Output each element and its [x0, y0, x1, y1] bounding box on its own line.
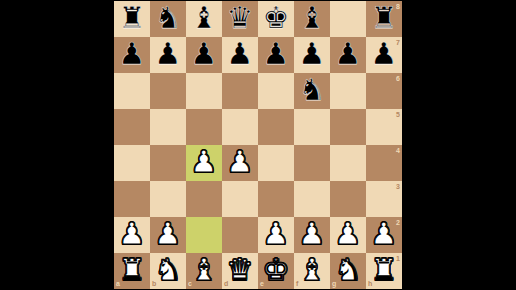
video-frame: ♜♞♝♛♚♝♜8♟♟♟♟♟♟♟♟7♞65♟♟43♟♟♟♟♟♟2♜a♞b♝c♛d♚…	[0, 0, 516, 290]
coord-rank-2: 2	[396, 219, 400, 226]
piece-black-pawn[interactable]: ♟	[119, 36, 146, 72]
piece-black-king[interactable]: ♚	[263, 0, 290, 36]
square-a2[interactable]: ♟	[114, 217, 150, 253]
piece-black-pawn[interactable]: ♟	[335, 36, 362, 72]
square-d4[interactable]: ♟	[222, 145, 258, 181]
piece-white-pawn[interactable]: ♟	[335, 216, 362, 252]
coord-file-b: b	[152, 280, 156, 287]
square-d6[interactable]	[222, 73, 258, 109]
square-a8[interactable]: ♜	[114, 1, 150, 37]
square-g8[interactable]	[330, 1, 366, 37]
square-b7[interactable]: ♟	[150, 37, 186, 73]
piece-white-pawn[interactable]: ♟	[299, 216, 326, 252]
square-d8[interactable]: ♛	[222, 1, 258, 37]
square-f5[interactable]	[294, 109, 330, 145]
square-b1[interactable]: ♞b	[150, 253, 186, 289]
square-c8[interactable]: ♝	[186, 1, 222, 37]
square-g1[interactable]: ♞g	[330, 253, 366, 289]
piece-white-bishop[interactable]: ♝	[299, 252, 326, 288]
square-a1[interactable]: ♜a	[114, 253, 150, 289]
square-g4[interactable]	[330, 145, 366, 181]
square-a6[interactable]	[114, 73, 150, 109]
square-f2[interactable]: ♟	[294, 217, 330, 253]
square-e6[interactable]	[258, 73, 294, 109]
piece-white-knight[interactable]: ♞	[335, 252, 362, 288]
square-a4[interactable]	[114, 145, 150, 181]
coord-rank-7: 7	[396, 39, 400, 46]
square-e1[interactable]: ♚e	[258, 253, 294, 289]
square-e4[interactable]	[258, 145, 294, 181]
coord-file-a: a	[116, 280, 120, 287]
square-f3[interactable]	[294, 181, 330, 217]
square-g3[interactable]	[330, 181, 366, 217]
square-b2[interactable]: ♟	[150, 217, 186, 253]
piece-black-pawn[interactable]: ♟	[155, 36, 182, 72]
square-b4[interactable]	[150, 145, 186, 181]
piece-white-knight[interactable]: ♞	[155, 252, 182, 288]
square-e5[interactable]	[258, 109, 294, 145]
square-b3[interactable]	[150, 181, 186, 217]
piece-white-king[interactable]: ♚	[263, 252, 290, 288]
chess-board: ♜♞♝♛♚♝♜8♟♟♟♟♟♟♟♟7♞65♟♟43♟♟♟♟♟♟2♜a♞b♝c♛d♚…	[114, 1, 402, 289]
piece-black-bishop[interactable]: ♝	[191, 0, 218, 36]
piece-white-pawn[interactable]: ♟	[263, 216, 290, 252]
piece-black-bishop[interactable]: ♝	[299, 0, 326, 36]
piece-black-pawn[interactable]: ♟	[299, 36, 326, 72]
coord-rank-4: 4	[396, 147, 400, 154]
piece-white-rook[interactable]: ♜	[371, 252, 398, 288]
square-h8[interactable]: ♜8	[366, 1, 402, 37]
square-h5[interactable]: 5	[366, 109, 402, 145]
piece-black-pawn[interactable]: ♟	[191, 36, 218, 72]
piece-black-rook[interactable]: ♜	[119, 0, 146, 36]
square-f6[interactable]: ♞	[294, 73, 330, 109]
square-a7[interactable]: ♟	[114, 37, 150, 73]
square-c6[interactable]	[186, 73, 222, 109]
square-f8[interactable]: ♝	[294, 1, 330, 37]
square-d1[interactable]: ♛d	[222, 253, 258, 289]
square-g7[interactable]: ♟	[330, 37, 366, 73]
square-a3[interactable]	[114, 181, 150, 217]
square-b8[interactable]: ♞	[150, 1, 186, 37]
piece-white-rook[interactable]: ♜	[119, 252, 146, 288]
square-d5[interactable]	[222, 109, 258, 145]
coord-rank-3: 3	[396, 183, 400, 190]
piece-black-pawn[interactable]: ♟	[227, 36, 254, 72]
square-e8[interactable]: ♚	[258, 1, 294, 37]
square-g6[interactable]	[330, 73, 366, 109]
square-f4[interactable]	[294, 145, 330, 181]
coord-file-d: d	[224, 280, 228, 287]
piece-white-pawn[interactable]: ♟	[191, 144, 218, 180]
square-c3[interactable]	[186, 181, 222, 217]
square-a5[interactable]	[114, 109, 150, 145]
square-c5[interactable]	[186, 109, 222, 145]
piece-black-pawn[interactable]: ♟	[371, 36, 398, 72]
square-h4[interactable]: 4	[366, 145, 402, 181]
square-b5[interactable]	[150, 109, 186, 145]
square-h6[interactable]: 6	[366, 73, 402, 109]
piece-black-queen[interactable]: ♛	[227, 0, 254, 36]
piece-black-pawn[interactable]: ♟	[263, 36, 290, 72]
square-e7[interactable]: ♟	[258, 37, 294, 73]
square-f1[interactable]: ♝f	[294, 253, 330, 289]
square-h3[interactable]: 3	[366, 181, 402, 217]
coord-rank-5: 5	[396, 111, 400, 118]
square-d7[interactable]: ♟	[222, 37, 258, 73]
square-h2[interactable]: ♟2	[366, 217, 402, 253]
square-h1[interactable]: ♜1h	[366, 253, 402, 289]
coord-rank-1: 1	[396, 255, 400, 262]
coord-file-f: f	[296, 280, 298, 287]
square-e3[interactable]	[258, 181, 294, 217]
piece-black-rook[interactable]: ♜	[371, 0, 398, 36]
piece-black-knight[interactable]: ♞	[299, 72, 326, 108]
square-c1[interactable]: ♝c	[186, 253, 222, 289]
square-g5[interactable]	[330, 109, 366, 145]
piece-white-queen[interactable]: ♛	[227, 252, 254, 288]
coord-file-c: c	[188, 280, 192, 287]
coord-file-g: g	[332, 280, 336, 287]
coord-rank-8: 8	[396, 3, 400, 10]
piece-white-pawn[interactable]: ♟	[119, 216, 146, 252]
square-c2[interactable]	[186, 217, 222, 253]
coord-file-h: h	[368, 280, 372, 287]
piece-black-knight[interactable]: ♞	[155, 0, 182, 36]
piece-white-pawn[interactable]: ♟	[371, 216, 398, 252]
square-d3[interactable]	[222, 181, 258, 217]
coord-file-e: e	[260, 280, 264, 287]
square-b6[interactable]	[150, 73, 186, 109]
coord-rank-6: 6	[396, 75, 400, 82]
piece-white-pawn[interactable]: ♟	[155, 216, 182, 252]
square-g2[interactable]: ♟	[330, 217, 366, 253]
square-f7[interactable]: ♟	[294, 37, 330, 73]
square-d2[interactable]	[222, 217, 258, 253]
square-e2[interactable]: ♟	[258, 217, 294, 253]
piece-white-pawn[interactable]: ♟	[227, 144, 254, 180]
piece-white-bishop[interactable]: ♝	[191, 252, 218, 288]
square-c4[interactable]: ♟	[186, 145, 222, 181]
square-c7[interactable]: ♟	[186, 37, 222, 73]
square-h7[interactable]: ♟7	[366, 37, 402, 73]
